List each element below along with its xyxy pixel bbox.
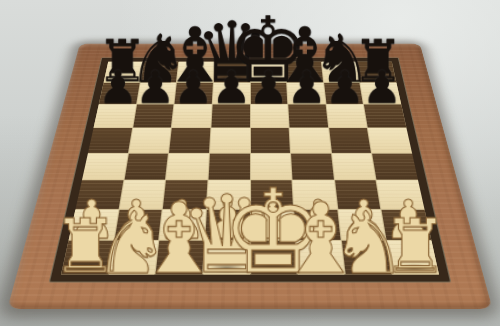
square-c6[interactable] — [172, 105, 212, 128]
square-b5[interactable] — [129, 128, 171, 153]
square-a6[interactable] — [94, 105, 136, 128]
square-f5[interactable] — [290, 128, 331, 153]
square-h7[interactable]: ♟ — [361, 83, 402, 104]
scene-background: ♜♞♝♛♚♝♞♜♟♟♟♟♟♟♟♟♟♟♟♟♟♟♟♟♜♞♝♛♚♝♞♜ — [0, 0, 500, 326]
square-e5[interactable] — [250, 128, 290, 153]
black-pawn[interactable]: ♟ — [211, 65, 251, 110]
square-a7[interactable]: ♟ — [99, 83, 140, 104]
square-h5[interactable] — [368, 128, 412, 153]
black-pawn[interactable]: ♟ — [287, 65, 327, 110]
square-e7[interactable]: ♟ — [250, 83, 287, 104]
square-h4[interactable] — [372, 153, 418, 179]
board-inner-border: ♜♞♝♛♚♝♞♜♟♟♟♟♟♟♟♟♟♟♟♟♟♟♟♟♜♞♝♛♚♝♞♜ — [49, 57, 452, 282]
square-f6[interactable] — [288, 105, 328, 128]
square-d6[interactable] — [211, 105, 249, 128]
black-pawn[interactable]: ♟ — [136, 65, 176, 110]
black-pawn[interactable]: ♟ — [362, 65, 402, 110]
black-pawn[interactable]: ♟ — [98, 65, 138, 110]
square-g7[interactable]: ♟ — [324, 83, 363, 104]
square-g5[interactable] — [329, 128, 371, 153]
square-d5[interactable] — [210, 128, 250, 153]
square-c7[interactable]: ♟ — [175, 83, 213, 104]
black-pawn[interactable]: ♟ — [173, 65, 213, 110]
square-a5[interactable] — [88, 128, 132, 153]
square-b6[interactable] — [133, 105, 174, 128]
square-h6[interactable] — [364, 105, 406, 128]
square-f7[interactable]: ♟ — [287, 83, 325, 104]
black-pawn[interactable]: ♟ — [249, 65, 289, 110]
square-d7[interactable]: ♟ — [213, 83, 250, 104]
white-rook[interactable]: ♜ — [382, 209, 449, 283]
square-c5[interactable] — [169, 128, 210, 153]
board-grid: ♜♞♝♛♚♝♞♜♟♟♟♟♟♟♟♟♟♟♟♟♟♟♟♟♜♞♝♛♚♝♞♜ — [61, 62, 439, 275]
black-pawn[interactable]: ♟ — [324, 65, 364, 110]
chess-board: ♜♞♝♛♚♝♞♜♟♟♟♟♟♟♟♟♟♟♟♟♟♟♟♟♜♞♝♛♚♝♞♜ — [7, 44, 492, 309]
square-g4[interactable] — [332, 153, 376, 179]
square-h1[interactable]: ♜ — [387, 241, 439, 274]
square-a4[interactable] — [82, 153, 128, 179]
square-b4[interactable] — [124, 153, 168, 179]
square-g6[interactable] — [326, 105, 367, 128]
square-b7[interactable]: ♟ — [137, 83, 176, 104]
square-e6[interactable] — [250, 105, 288, 128]
